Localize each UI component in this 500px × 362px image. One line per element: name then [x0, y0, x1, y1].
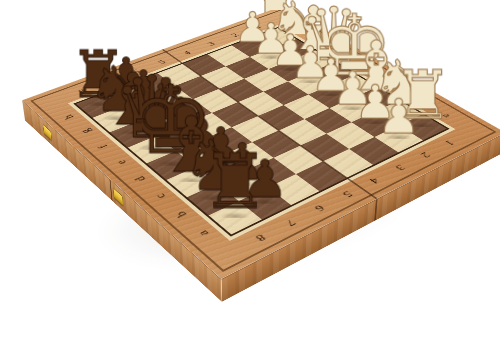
- file-label-b: b: [168, 206, 195, 223]
- file-label-g: g: [73, 124, 97, 138]
- product-photo-stage: hhggffeeddccbbaa1122334455667788 ♜♞♝♛♚♝♞…: [0, 0, 500, 362]
- rank-label-4: 4: [362, 173, 388, 188]
- file-label-far-g: g: [307, 35, 328, 45]
- file-label-a: a: [189, 224, 217, 242]
- rank-label-far-6: 6: [125, 66, 147, 77]
- file-label-f: f: [91, 139, 115, 153]
- file-label-far-b: b: [412, 95, 436, 108]
- rank-label-1: 1: [437, 136, 462, 150]
- rank-label-far-2: 2: [225, 30, 246, 40]
- file-label-h: h: [57, 110, 80, 123]
- rank-label-far-1: 1: [248, 22, 269, 32]
- rank-label-8: 8: [247, 229, 275, 247]
- rank-label-far-7: 7: [99, 75, 122, 87]
- file-label-far-h: h: [289, 24, 310, 34]
- rank-label-far-3: 3: [201, 39, 222, 49]
- file-label-far-f: f: [327, 46, 349, 57]
- file-label-far-a: a: [435, 109, 459, 122]
- rank-label-6: 6: [306, 200, 333, 217]
- file-label-far-e: e: [347, 58, 369, 69]
- file-label-d: d: [127, 171, 152, 187]
- rank-label-far-5: 5: [151, 56, 173, 67]
- file-label-far-c: c: [389, 82, 412, 94]
- rank-label-far-4: 4: [176, 47, 198, 58]
- rank-label-2: 2: [413, 148, 439, 162]
- rank-label-7: 7: [277, 214, 305, 231]
- file-label-far-d: d: [367, 70, 390, 82]
- file-label-c: c: [147, 188, 173, 204]
- rank-label-5: 5: [335, 186, 362, 202]
- file-label-e: e: [109, 155, 134, 170]
- rank-label-far-8: 8: [71, 85, 94, 97]
- rank-label-3: 3: [388, 160, 414, 175]
